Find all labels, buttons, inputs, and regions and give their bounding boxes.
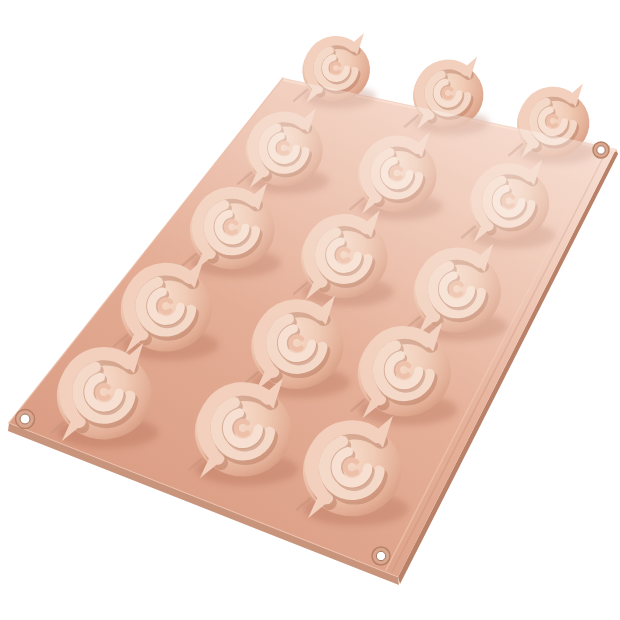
hanging-hole-opening xyxy=(376,551,385,560)
hanging-hole-opening xyxy=(20,414,30,424)
silicone-rose-mold-illustration xyxy=(0,0,620,620)
hanging-hole-opening xyxy=(597,146,605,154)
product-photo xyxy=(0,0,620,620)
